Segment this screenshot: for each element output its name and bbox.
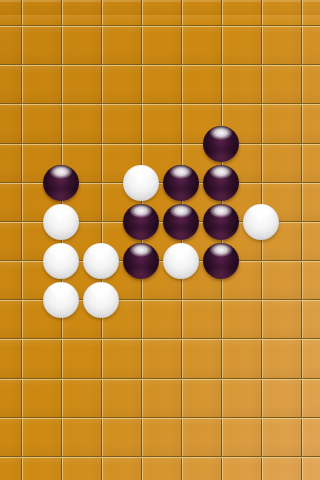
black-stone: [203, 243, 239, 279]
black-stone: [203, 204, 239, 240]
black-stone: [163, 204, 199, 240]
white-stone: [163, 243, 199, 279]
white-stone: [43, 243, 79, 279]
black-stone: [203, 126, 239, 162]
white-stone: [43, 282, 79, 318]
white-stone: [123, 165, 159, 201]
white-stone: [43, 204, 79, 240]
white-stone: [83, 282, 119, 318]
black-stone: [163, 165, 199, 201]
white-stone: [83, 243, 119, 279]
black-stone: [123, 243, 159, 279]
gomoku-board[interactable]: [0, 0, 320, 480]
white-stone: [243, 204, 279, 240]
black-stone: [43, 165, 79, 201]
black-stone: [123, 204, 159, 240]
black-stone: [203, 165, 239, 201]
stones-layer: [0, 0, 320, 480]
